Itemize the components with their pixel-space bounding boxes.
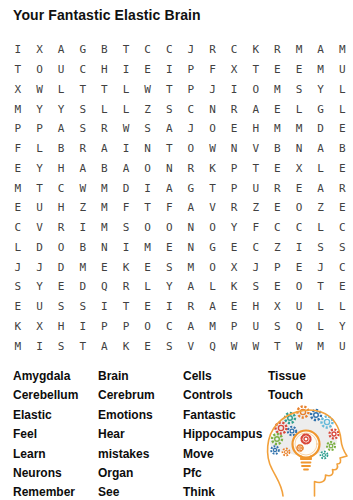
grid-cell: F: [245, 218, 267, 238]
grid-cell: E: [331, 159, 353, 179]
grid-cell: W: [202, 139, 224, 159]
grid-cell: U: [331, 60, 353, 80]
grid-cell: E: [223, 297, 245, 317]
grid-cell: U: [245, 317, 267, 337]
grid-cell: X: [29, 40, 51, 60]
grid-cell: M: [267, 119, 289, 139]
grid-cell: I: [29, 336, 51, 356]
grid-cell: P: [115, 317, 137, 337]
word-list-item: Emotions: [98, 406, 183, 425]
grid-cell: S: [331, 238, 353, 258]
grid-cell: M: [180, 257, 202, 277]
grid-cell: P: [180, 60, 202, 80]
grid-cell: F: [7, 139, 29, 159]
grid-cell: A: [245, 99, 267, 119]
grid-cell: D: [310, 119, 332, 139]
grid-cell: T: [72, 336, 94, 356]
grid-cell: A: [310, 139, 332, 159]
word-list-item: Tissue: [268, 367, 353, 386]
grid-cell: V: [245, 139, 267, 159]
grid-cell: L: [310, 297, 332, 317]
grid-cell: L: [29, 139, 51, 159]
grid-cell: D: [115, 178, 137, 198]
grid-cell: I: [223, 80, 245, 100]
grid-cell: W: [29, 80, 51, 100]
grid-cell: E: [267, 198, 289, 218]
grid-cell: N: [288, 139, 310, 159]
grid-cell: E: [267, 159, 289, 179]
grid-cell: C: [7, 218, 29, 238]
word-list-item: Think: [183, 483, 268, 500]
grid-cell: O: [202, 218, 224, 238]
grid-cell: D: [50, 257, 72, 277]
grid-cell: H: [50, 317, 72, 337]
grid-cell: Y: [158, 277, 180, 297]
grid-cell: R: [72, 139, 94, 159]
word-list-item: See: [98, 483, 183, 500]
grid-cell: G: [180, 178, 202, 198]
grid-cell: A: [50, 40, 72, 60]
grid-cell: A: [94, 336, 116, 356]
grid-cell: L: [115, 99, 137, 119]
grid-cell: N: [137, 139, 159, 159]
grid-cell: J: [180, 40, 202, 60]
grid-cell: O: [158, 218, 180, 238]
grid-cell: M: [331, 40, 353, 60]
grid-cell: T: [245, 60, 267, 80]
grid-cell: K: [245, 40, 267, 60]
gear-icon: [321, 452, 328, 459]
grid-cell: T: [202, 178, 224, 198]
word-search-grid: IXAGBTCCJRCKRMAMTOUCHIEIPFXTEEMUXWLTTLWT…: [7, 40, 353, 356]
grid-cell: U: [245, 178, 267, 198]
grid-cell: E: [94, 257, 116, 277]
grid-cell: O: [50, 238, 72, 258]
grid-cell: E: [137, 60, 159, 80]
grid-cell: R: [223, 99, 245, 119]
grid-cell: B: [267, 139, 289, 159]
grid-cell: I: [7, 40, 29, 60]
grid-cell: E: [267, 277, 289, 297]
grid-cell: S: [310, 238, 332, 258]
grid-cell: K: [223, 277, 245, 297]
grid-cell: O: [137, 218, 159, 238]
grid-cell: C: [50, 178, 72, 198]
grid-cell: T: [115, 40, 137, 60]
grid-cell: E: [267, 60, 289, 80]
grid-cell: A: [310, 40, 332, 60]
grid-cell: A: [310, 178, 332, 198]
grid-cell: V: [29, 218, 51, 238]
grid-cell: E: [331, 198, 353, 218]
grid-cell: G: [310, 99, 332, 119]
grid-cell: L: [94, 99, 116, 119]
grid-cell: I: [288, 238, 310, 258]
grid-cell: I: [115, 238, 137, 258]
grid-cell: S: [72, 119, 94, 139]
grid-cell: A: [158, 178, 180, 198]
grid-cell: T: [7, 60, 29, 80]
grid-cell: E: [7, 198, 29, 218]
grid-cell: L: [202, 277, 224, 297]
grid-cell: A: [50, 119, 72, 139]
grid-cell: M: [7, 178, 29, 198]
grid-cell: J: [180, 119, 202, 139]
grid-cell: K: [115, 257, 137, 277]
grid-cell: J: [245, 257, 267, 277]
grid-cell: Z: [245, 198, 267, 218]
grid-cell: S: [158, 257, 180, 277]
grid-cell: E: [223, 119, 245, 139]
grid-cell: O: [29, 60, 51, 80]
grid-cell: A: [158, 119, 180, 139]
grid-cell: E: [50, 277, 72, 297]
grid-cell: S: [137, 119, 159, 139]
word-list-item: Cells: [183, 367, 268, 386]
word-list-item: Feel: [13, 425, 98, 444]
grid-cell: T: [245, 159, 267, 179]
grid-cell: T: [158, 80, 180, 100]
grid-cell: R: [115, 277, 137, 297]
word-list-item: Fantastic: [183, 406, 268, 425]
grid-cell: T: [115, 297, 137, 317]
grid-cell: R: [267, 178, 289, 198]
grid-cell: C: [331, 257, 353, 277]
grid-cell: R: [180, 297, 202, 317]
grid-cell: A: [180, 198, 202, 218]
grid-cell: E: [158, 238, 180, 258]
grid-cell: R: [331, 178, 353, 198]
grid-cell: I: [94, 297, 116, 317]
grid-cell: W: [288, 336, 310, 356]
lightbulb-icon: [293, 431, 320, 470]
word-list-item: Controls: [183, 386, 268, 405]
grid-cell: I: [158, 297, 180, 317]
grid-cell: P: [29, 119, 51, 139]
grid-cell: L: [331, 99, 353, 119]
grid-cell: O: [180, 139, 202, 159]
word-list-item: Neurons: [13, 464, 98, 483]
grid-cell: O: [202, 119, 224, 139]
grid-cell: P: [7, 119, 29, 139]
grid-cell: B: [331, 139, 353, 159]
grid-cell: I: [115, 60, 137, 80]
grid-cell: B: [94, 40, 116, 60]
grid-cell: M: [94, 178, 116, 198]
grid-cell: E: [137, 297, 159, 317]
grid-cell: M: [137, 238, 159, 258]
grid-cell: C: [72, 60, 94, 80]
grid-cell: C: [223, 40, 245, 60]
grid-cell: C: [245, 238, 267, 258]
grid-cell: T: [310, 277, 332, 297]
grid-cell: R: [50, 218, 72, 238]
grid-cell: C: [180, 99, 202, 119]
grid-cell: X: [223, 257, 245, 277]
grid-cell: E: [288, 60, 310, 80]
word-list-item: Remember: [13, 483, 98, 500]
grid-cell: O: [202, 257, 224, 277]
grid-cell: Z: [72, 198, 94, 218]
grid-cell: X: [29, 317, 51, 337]
grid-cell: J: [29, 257, 51, 277]
grid-cell: J: [7, 257, 29, 277]
word-list-item: Organ: [98, 464, 183, 483]
grid-cell: A: [202, 297, 224, 317]
grid-cell: A: [180, 277, 202, 297]
grid-cell: J: [310, 257, 332, 277]
grid-cell: Y: [29, 99, 51, 119]
grid-cell: E: [7, 297, 29, 317]
grid-cell: A: [115, 159, 137, 179]
grid-cell: Y: [50, 99, 72, 119]
word-list-item: Brain: [98, 367, 183, 386]
word-list-item: Amygdala: [13, 367, 98, 386]
grid-cell: S: [288, 80, 310, 100]
grid-cell: H: [245, 297, 267, 317]
grid-cell: R: [180, 159, 202, 179]
grid-cell: K: [7, 317, 29, 337]
grid-cell: R: [202, 40, 224, 60]
word-list-item: Elastic: [13, 406, 98, 425]
grid-cell: L: [310, 218, 332, 238]
grid-cell: E: [267, 99, 289, 119]
grid-cell: U: [50, 60, 72, 80]
grid-cell: I: [72, 218, 94, 238]
grid-cell: F: [202, 60, 224, 80]
word-list-item: mistakes: [98, 445, 183, 464]
grid-cell: S: [72, 297, 94, 317]
grid-cell: W: [72, 178, 94, 198]
grid-cell: L: [331, 297, 353, 317]
grid-cell: L: [137, 277, 159, 297]
word-list-item: Cerebellum: [13, 386, 98, 405]
grid-cell: P: [267, 257, 289, 277]
grid-cell: N: [223, 139, 245, 159]
page-title: Your Fantastic Elastic Brain: [13, 7, 201, 23]
grid-cell: L: [288, 99, 310, 119]
grid-cell: Q: [202, 336, 224, 356]
grid-cell: H: [50, 198, 72, 218]
grid-cell: O: [245, 80, 267, 100]
grid-cell: I: [158, 60, 180, 80]
grid-cell: Y: [331, 317, 353, 337]
grid-cell: N: [94, 238, 116, 258]
grid-cell: O: [137, 317, 159, 337]
grid-cell: C: [137, 40, 159, 60]
grid-cell: A: [72, 159, 94, 179]
grid-cell: D: [29, 238, 51, 258]
grid-cell: T: [267, 336, 289, 356]
grid-cell: E: [137, 336, 159, 356]
grid-cell: M: [310, 336, 332, 356]
grid-cell: R: [267, 40, 289, 60]
grid-cell: B: [72, 238, 94, 258]
grid-cell: L: [310, 317, 332, 337]
worksheet-page: Your Fantastic Elastic Brain IXAGBTCCJRC…: [0, 0, 353, 500]
grid-cell: P: [94, 317, 116, 337]
grid-cell: M: [310, 60, 332, 80]
grid-cell: B: [50, 139, 72, 159]
grid-cell: T: [72, 80, 94, 100]
grid-cell: A: [94, 139, 116, 159]
grid-cell: Z: [267, 238, 289, 258]
word-list-item: Cerebrum: [98, 386, 183, 405]
grid-cell: G: [72, 40, 94, 60]
grid-cell: Y: [310, 80, 332, 100]
grid-cell: N: [180, 238, 202, 258]
grid-cell: J: [202, 80, 224, 100]
grid-cell: S: [72, 99, 94, 119]
grid-cell: F: [115, 198, 137, 218]
grid-cell: L: [50, 80, 72, 100]
grid-cell: O: [288, 198, 310, 218]
grid-cell: H: [94, 60, 116, 80]
grid-cell: C: [267, 218, 289, 238]
grid-cell: W: [245, 336, 267, 356]
grid-cell: S: [50, 297, 72, 317]
grid-cell: S: [158, 99, 180, 119]
brain-illustration: [261, 403, 352, 497]
grid-cell: P: [223, 159, 245, 179]
grid-cell: Z: [310, 198, 332, 218]
grid-cell: U: [331, 336, 353, 356]
grid-cell: L: [7, 238, 29, 258]
grid-cell: W: [223, 336, 245, 356]
grid-cell: Y: [29, 159, 51, 179]
grid-cell: G: [202, 238, 224, 258]
grid-cell: U: [29, 297, 51, 317]
grid-cell: W: [115, 119, 137, 139]
grid-cell: L: [115, 80, 137, 100]
grid-cell: H: [245, 119, 267, 139]
grid-cell: A: [180, 317, 202, 337]
grid-cell: N: [158, 159, 180, 179]
grid-cell: U: [288, 297, 310, 317]
word-list-item: Learn: [13, 445, 98, 464]
grid-cell: M: [94, 198, 116, 218]
grid-cell: M: [72, 257, 94, 277]
grid-cell: S: [115, 218, 137, 238]
grid-cell: D: [72, 277, 94, 297]
grid-cell: E: [331, 119, 353, 139]
grid-cell: T: [29, 178, 51, 198]
grid-cell: M: [288, 40, 310, 60]
grid-cell: Q: [94, 277, 116, 297]
grid-cell: Y: [223, 218, 245, 238]
grid-cell: P: [180, 80, 202, 100]
grid-cell: I: [137, 178, 159, 198]
grid-cell: L: [331, 80, 353, 100]
grid-cell: T: [158, 139, 180, 159]
grid-cell: M: [94, 218, 116, 238]
grid-cell: E: [223, 238, 245, 258]
grid-cell: S: [50, 336, 72, 356]
grid-cell: C: [158, 317, 180, 337]
word-list-item: Hear: [98, 425, 183, 444]
grid-cell: P: [223, 178, 245, 198]
grid-cell: M: [7, 336, 29, 356]
grid-cell: E: [288, 257, 310, 277]
grid-cell: Z: [137, 99, 159, 119]
grid-cell: Q: [288, 317, 310, 337]
word-list-item: Move: [183, 445, 268, 464]
grid-cell: K: [115, 336, 137, 356]
grid-cell: V: [180, 336, 202, 356]
grid-cell: C: [331, 218, 353, 238]
grid-cell: T: [137, 198, 159, 218]
grid-cell: U: [29, 198, 51, 218]
grid-cell: M: [202, 317, 224, 337]
grid-cell: I: [115, 139, 137, 159]
grid-cell: E: [288, 178, 310, 198]
grid-cell: R: [223, 198, 245, 218]
grid-cell: T: [94, 80, 116, 100]
grid-cell: S: [267, 317, 289, 337]
grid-cell: B: [94, 159, 116, 179]
grid-cell: M: [288, 119, 310, 139]
grid-cell: O: [288, 277, 310, 297]
grid-cell: E: [331, 277, 353, 297]
grid-cell: M: [7, 99, 29, 119]
grid-cell: V: [202, 198, 224, 218]
grid-cell: N: [180, 218, 202, 238]
grid-cell: C: [158, 40, 180, 60]
grid-cell: L: [310, 159, 332, 179]
grid-cell: E: [7, 159, 29, 179]
grid-cell: S: [158, 336, 180, 356]
word-list-item: Pfc: [183, 464, 268, 483]
grid-cell: R: [94, 119, 116, 139]
grid-cell: N: [202, 99, 224, 119]
grid-cell: M: [267, 80, 289, 100]
grid-cell: X: [223, 60, 245, 80]
grid-cell: Y: [29, 277, 51, 297]
grid-cell: H: [50, 159, 72, 179]
grid-cell: W: [137, 80, 159, 100]
grid-cell: X: [267, 297, 289, 317]
grid-cell: F: [158, 198, 180, 218]
grid-cell: K: [202, 159, 224, 179]
word-list-item: Hippocampus: [183, 425, 268, 444]
grid-cell: C: [288, 218, 310, 238]
grid-cell: E: [137, 257, 159, 277]
grid-cell: X: [288, 159, 310, 179]
grid-cell: X: [7, 80, 29, 100]
grid-cell: S: [245, 277, 267, 297]
grid-cell: O: [137, 159, 159, 179]
grid-cell: S: [7, 277, 29, 297]
grid-cell: I: [72, 317, 94, 337]
grid-cell: P: [223, 317, 245, 337]
